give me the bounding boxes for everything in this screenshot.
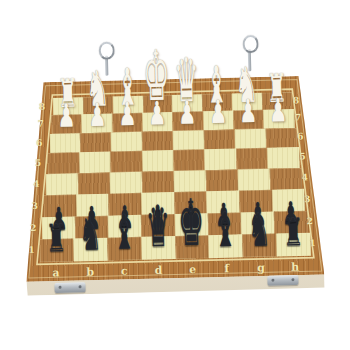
piece-black-knight-g1: ♞	[247, 206, 271, 253]
piece-white-pawn-h7: ♟	[269, 94, 288, 126]
pieces-layer: ♜♞♝♚♛♝♞♜♟♟♟♟♟♟♟♟♟♟♟♟♟♟♟♟♜♞♝♛♚♝♞♜	[0, 0, 350, 350]
piece-black-knight-b1: ♞	[79, 210, 103, 257]
piece-black-bishop-c1: ♝	[113, 208, 135, 257]
piece-white-pawn-e7: ♟	[178, 96, 197, 128]
piece-white-pawn-c7: ♟	[118, 97, 137, 129]
piece-white-pawn-a7: ♟	[57, 99, 76, 131]
piece-black-bishop-f1: ♝	[214, 206, 236, 255]
piece-white-pawn-d7: ♟	[148, 97, 167, 129]
piece-black-rook-h1: ♜	[283, 214, 304, 252]
piece-black-queen-d1: ♛	[145, 199, 170, 255]
piece-white-pawn-g7: ♟	[239, 94, 258, 126]
piece-black-rook-a1: ♜	[46, 220, 67, 258]
piece-white-pawn-f7: ♟	[209, 95, 228, 127]
product-photo: abcdefghabcdefgh8877665544332211 ♜♞♝♚♛♝♞…	[0, 0, 350, 350]
piece-white-pawn-b7: ♟	[87, 98, 106, 130]
chess-board: abcdefghabcdefgh8877665544332211 ♜♞♝♚♛♝♞…	[0, 0, 350, 350]
piece-black-king-e1: ♚	[178, 190, 205, 255]
